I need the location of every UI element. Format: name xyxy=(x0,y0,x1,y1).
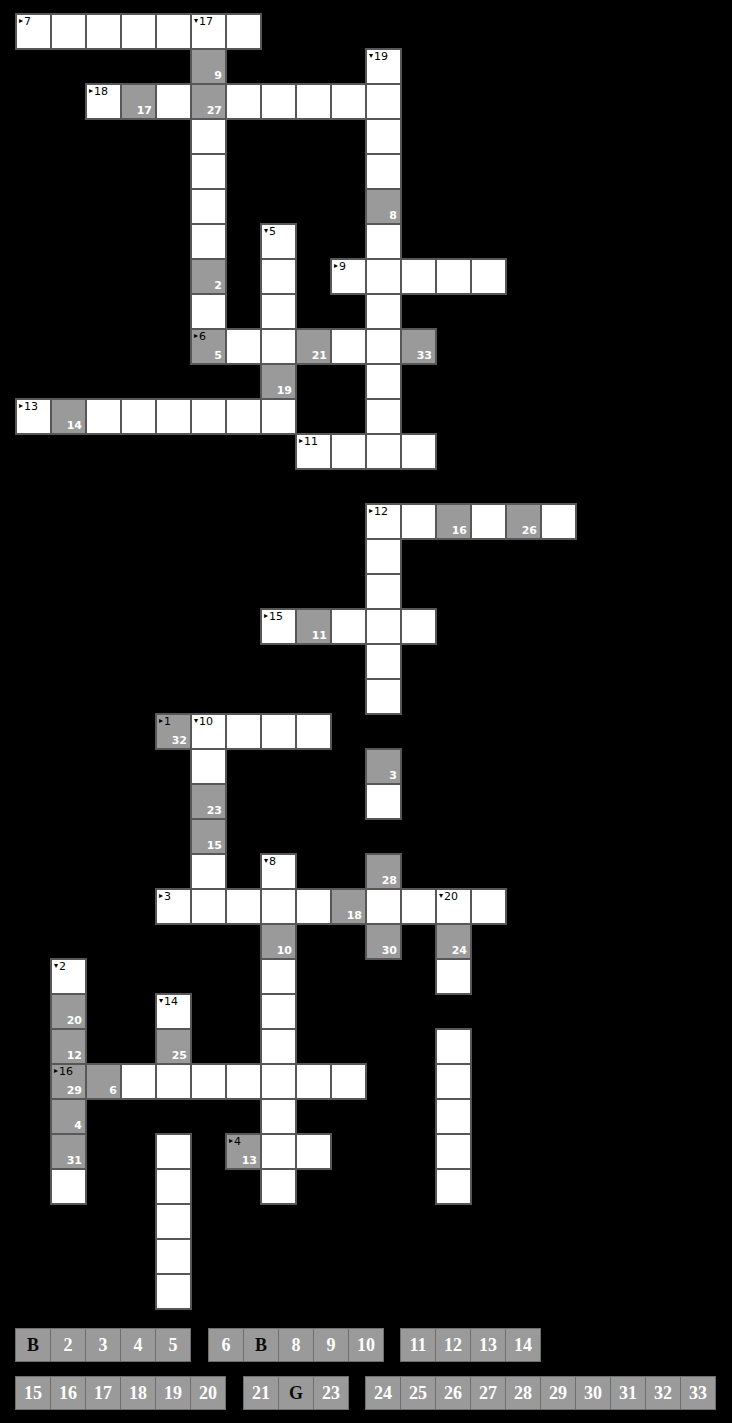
grid-cell[interactable] xyxy=(295,1063,332,1100)
bank-number-tile[interactable]: 25 xyxy=(400,1376,436,1410)
clue-number: 17 xyxy=(199,16,213,28)
grid-cell[interactable] xyxy=(260,1063,297,1100)
bank-number-tile[interactable]: 23 xyxy=(313,1376,349,1410)
grid-cell[interactable]: 11 xyxy=(295,608,332,645)
grid-cell[interactable] xyxy=(155,1273,192,1310)
clue-label: ▾14 xyxy=(159,996,178,1008)
grid-cell[interactable] xyxy=(190,118,227,155)
grid-cell[interactable] xyxy=(330,608,367,645)
code-number: 31 xyxy=(67,1154,82,1167)
grid-cell[interactable] xyxy=(295,713,332,750)
bank-letter-tile[interactable]: B xyxy=(15,1328,51,1362)
clue-label: ▾20 xyxy=(439,891,458,903)
bank-number-tile[interactable]: 14 xyxy=(505,1328,541,1362)
bank-number-tile[interactable]: 24 xyxy=(365,1376,401,1410)
grid-cell[interactable]: 3 xyxy=(365,748,402,785)
clue-number: 7 xyxy=(24,16,31,28)
across-arrow-icon: ▸ xyxy=(89,86,93,96)
grid-cell[interactable] xyxy=(260,1133,297,1170)
across-arrow-icon: ▸ xyxy=(334,261,338,271)
grid-cell[interactable] xyxy=(400,503,437,540)
across-arrow-icon: ▸ xyxy=(264,611,268,621)
grid-cell[interactable] xyxy=(260,293,297,330)
across-arrow-icon: ▸ xyxy=(54,1066,58,1076)
code-number: 29 xyxy=(67,1084,82,1097)
grid-cell[interactable]: ▸7 xyxy=(15,13,52,50)
grid-cell[interactable] xyxy=(365,118,402,155)
code-number: 6 xyxy=(109,1084,117,1097)
code-number: 19 xyxy=(277,384,292,397)
clue-label: ▸18 xyxy=(89,86,108,98)
grid-cell[interactable] xyxy=(225,398,262,435)
grid-cell[interactable] xyxy=(50,1168,87,1205)
grid-cell[interactable] xyxy=(120,13,157,50)
grid-cell[interactable] xyxy=(225,713,262,750)
code-number: 4 xyxy=(74,1119,82,1132)
grid-cell[interactable] xyxy=(225,888,262,925)
grid-cell[interactable] xyxy=(295,1133,332,1170)
grid-cell[interactable] xyxy=(190,853,227,890)
clue-number: 9 xyxy=(339,261,346,273)
bank-number-tile[interactable]: 10 xyxy=(348,1328,384,1362)
grid-cell[interactable] xyxy=(400,608,437,645)
grid-cell[interactable] xyxy=(365,678,402,715)
grid-cell[interactable]: 24 xyxy=(435,923,472,960)
clue-number: 12 xyxy=(374,506,388,518)
grid-cell[interactable] xyxy=(400,888,437,925)
grid-cell[interactable] xyxy=(190,748,227,785)
clue-number: 4 xyxy=(234,1136,241,1148)
grid-cell[interactable] xyxy=(155,1238,192,1275)
code-number: 17 xyxy=(137,104,152,117)
grid-cell[interactable] xyxy=(260,958,297,995)
grid-cell[interactable]: ▸3 xyxy=(155,888,192,925)
grid-cell[interactable] xyxy=(365,258,402,295)
grid-cell[interactable]: 15 xyxy=(190,818,227,855)
bank-number-tile[interactable]: 19 xyxy=(155,1376,191,1410)
grid-cell[interactable]: ▾20 xyxy=(435,888,472,925)
grid-cell[interactable] xyxy=(365,608,402,645)
down-arrow-icon: ▾ xyxy=(54,961,58,971)
grid-cell[interactable] xyxy=(470,888,507,925)
grid-cell[interactable] xyxy=(400,433,437,470)
bank-number-tile[interactable]: 8 xyxy=(278,1328,314,1362)
grid-cell[interactable]: 20 xyxy=(50,993,87,1030)
puzzle-screen: ▸7▾179▾19▸1817278▾52▸9▸65213319▸1314▸11▸… xyxy=(0,0,732,1423)
clue-number: 3 xyxy=(164,891,171,903)
grid-cell[interactable] xyxy=(365,538,402,575)
grid-cell[interactable] xyxy=(85,398,122,435)
grid-cell[interactable] xyxy=(120,398,157,435)
clue-number: 20 xyxy=(444,891,458,903)
grid-cell[interactable]: ▾19 xyxy=(365,48,402,85)
clue-label: ▾2 xyxy=(54,961,66,973)
bank-number-tile[interactable]: 29 xyxy=(540,1376,576,1410)
grid-cell[interactable] xyxy=(190,223,227,260)
grid-cell[interactable] xyxy=(330,328,367,365)
grid-cell[interactable] xyxy=(155,1063,192,1100)
grid-cell[interactable]: ▾10 xyxy=(190,713,227,750)
code-number: 25 xyxy=(172,1049,187,1062)
across-arrow-icon: ▸ xyxy=(229,1136,233,1146)
code-number: 8 xyxy=(389,209,397,222)
grid-cell[interactable] xyxy=(435,1133,472,1170)
grid-cell[interactable] xyxy=(435,258,472,295)
grid-cell[interactable] xyxy=(295,83,332,120)
grid-cell[interactable] xyxy=(365,223,402,260)
grid-cell[interactable] xyxy=(470,258,507,295)
grid-cell[interactable] xyxy=(365,783,402,820)
grid-cell[interactable] xyxy=(155,83,192,120)
clue-number: 2 xyxy=(59,961,66,973)
code-number: 15 xyxy=(207,839,222,852)
across-arrow-icon: ▸ xyxy=(19,401,23,411)
grid-cell[interactable]: ▾17 xyxy=(190,13,227,50)
grid-cell[interactable] xyxy=(365,433,402,470)
down-arrow-icon: ▾ xyxy=(369,51,373,61)
code-number: 5 xyxy=(214,349,222,362)
clue-number: 15 xyxy=(269,611,283,623)
clue-number: 6 xyxy=(199,331,206,343)
clue-label: ▾5 xyxy=(264,226,276,238)
bank-number-tile[interactable]: 18 xyxy=(120,1376,156,1410)
grid-cell[interactable]: ▾8 xyxy=(260,853,297,890)
grid-cell[interactable] xyxy=(365,643,402,680)
code-number: 11 xyxy=(312,629,327,642)
grid-cell[interactable] xyxy=(50,13,87,50)
grid-cell[interactable]: 14 xyxy=(50,398,87,435)
grid-cell[interactable]: 26 xyxy=(505,503,542,540)
grid-cell[interactable] xyxy=(190,188,227,225)
grid-cell[interactable]: ▸65 xyxy=(190,328,227,365)
grid-cell[interactable] xyxy=(225,1063,262,1100)
grid-cell[interactable] xyxy=(435,1098,472,1135)
grid-cell[interactable]: 30 xyxy=(365,923,402,960)
grid-cell[interactable] xyxy=(295,888,332,925)
bank-number-tile[interactable]: 21 xyxy=(243,1376,279,1410)
grid-cell[interactable] xyxy=(155,13,192,50)
grid-cell[interactable]: ▸15 xyxy=(260,608,297,645)
clue-number: 13 xyxy=(24,401,38,413)
code-number: 28 xyxy=(382,874,397,887)
bank-number-tile[interactable]: 20 xyxy=(190,1376,226,1410)
bank-number-tile[interactable]: 9 xyxy=(313,1328,349,1362)
grid-cell[interactable] xyxy=(260,1098,297,1135)
grid-cell[interactable]: ▾2 xyxy=(50,958,87,995)
grid-cell[interactable] xyxy=(190,398,227,435)
clue-label: ▸16 xyxy=(54,1066,73,1078)
clue-label: ▾17 xyxy=(194,16,213,28)
grid-cell[interactable]: 9 xyxy=(190,48,227,85)
clue-label: ▸13 xyxy=(19,401,38,413)
grid-cell[interactable]: 28 xyxy=(365,853,402,890)
bank-number-tile[interactable]: 26 xyxy=(435,1376,471,1410)
clue-label: ▾8 xyxy=(264,856,276,868)
grid-cell[interactable]: ▸11 xyxy=(295,433,332,470)
grid-cell[interactable] xyxy=(260,1168,297,1205)
across-arrow-icon: ▸ xyxy=(369,506,373,516)
grid-cell[interactable] xyxy=(260,993,297,1030)
clue-label: ▸12 xyxy=(369,506,388,518)
bank-number-tile[interactable]: 11 xyxy=(400,1328,436,1362)
across-arrow-icon: ▸ xyxy=(159,891,163,901)
clue-number: 5 xyxy=(269,226,276,238)
bank-number-tile[interactable]: 3 xyxy=(85,1328,121,1362)
grid-cell[interactable] xyxy=(225,83,262,120)
grid-cell[interactable] xyxy=(330,83,367,120)
grid-cell[interactable] xyxy=(400,258,437,295)
code-number: 20 xyxy=(67,1014,82,1027)
clue-number: 19 xyxy=(374,51,388,63)
grid-cell[interactable]: ▸413 xyxy=(225,1133,262,1170)
bank-number-tile[interactable]: 15 xyxy=(15,1376,51,1410)
across-arrow-icon: ▸ xyxy=(159,716,163,726)
grid-cell[interactable]: ▸12 xyxy=(365,503,402,540)
bank-number-tile[interactable]: 31 xyxy=(610,1376,646,1410)
bank-number-tile[interactable]: 5 xyxy=(155,1328,191,1362)
bank-number-tile[interactable]: 4 xyxy=(120,1328,156,1362)
grid-cell[interactable] xyxy=(540,503,577,540)
grid-cell[interactable]: 17 xyxy=(120,83,157,120)
across-arrow-icon: ▸ xyxy=(19,16,23,26)
code-number: 12 xyxy=(67,1049,82,1062)
clue-label: ▸9 xyxy=(334,261,346,273)
bank-number-tile[interactable]: 17 xyxy=(85,1376,121,1410)
grid-cell[interactable] xyxy=(260,328,297,365)
grid-cell[interactable]: 25 xyxy=(155,1028,192,1065)
clue-number: 11 xyxy=(304,436,318,448)
code-number: 18 xyxy=(347,909,362,922)
code-number: 26 xyxy=(522,524,537,537)
grid-cell[interactable] xyxy=(85,13,122,50)
code-number: 32 xyxy=(172,734,187,747)
grid-cell[interactable]: 23 xyxy=(190,783,227,820)
grid-cell[interactable] xyxy=(155,1168,192,1205)
bank-letter-tile[interactable]: G xyxy=(278,1376,314,1410)
clue-number: 1 xyxy=(164,716,171,728)
grid-cell[interactable] xyxy=(365,398,402,435)
bank-number-tile[interactable]: 13 xyxy=(470,1328,506,1362)
grid-cell[interactable] xyxy=(365,83,402,120)
code-number: 33 xyxy=(417,349,432,362)
bank-number-tile[interactable]: 30 xyxy=(575,1376,611,1410)
bank-number-tile[interactable]: 32 xyxy=(645,1376,681,1410)
clue-number: 16 xyxy=(59,1066,73,1078)
grid-cell[interactable]: 12 xyxy=(50,1028,87,1065)
grid-cell[interactable] xyxy=(365,363,402,400)
grid-cell[interactable] xyxy=(225,328,262,365)
code-number: 23 xyxy=(207,804,222,817)
across-arrow-icon: ▸ xyxy=(194,331,198,341)
grid-cell[interactable] xyxy=(435,958,472,995)
grid-cell[interactable] xyxy=(260,83,297,120)
grid-cell[interactable] xyxy=(260,713,297,750)
grid-cell[interactable]: 8 xyxy=(365,188,402,225)
grid-cell[interactable] xyxy=(155,1203,192,1240)
grid-cell[interactable] xyxy=(120,1063,157,1100)
grid-cell[interactable]: 21 xyxy=(295,328,332,365)
grid-cell[interactable]: 10 xyxy=(260,923,297,960)
clue-number: 18 xyxy=(94,86,108,98)
clue-number: 14 xyxy=(164,996,178,1008)
grid-cell[interactable] xyxy=(365,153,402,190)
grid-cell[interactable]: 4 xyxy=(50,1098,87,1135)
code-number: 13 xyxy=(242,1154,257,1167)
clue-number: 10 xyxy=(199,716,213,728)
grid-cell[interactable] xyxy=(435,1168,472,1205)
clue-label: ▾10 xyxy=(194,716,213,728)
grid-cell[interactable] xyxy=(190,888,227,925)
grid-cell[interactable] xyxy=(190,1063,227,1100)
code-number: 2 xyxy=(214,279,222,292)
grid-cell[interactable]: 31 xyxy=(50,1133,87,1170)
down-arrow-icon: ▾ xyxy=(194,16,198,26)
grid-cell[interactable] xyxy=(260,258,297,295)
clue-label: ▾19 xyxy=(369,51,388,63)
bank-number-tile[interactable]: 2 xyxy=(50,1328,86,1362)
grid-cell[interactable]: ▾14 xyxy=(155,993,192,1030)
down-arrow-icon: ▾ xyxy=(264,226,268,236)
grid-cell[interactable] xyxy=(260,888,297,925)
grid-cell[interactable] xyxy=(260,1028,297,1065)
grid-cell[interactable] xyxy=(365,293,402,330)
bank-number-tile[interactable]: 27 xyxy=(470,1376,506,1410)
grid-cell[interactable] xyxy=(190,293,227,330)
grid-cell[interactable]: ▸132 xyxy=(155,713,192,750)
grid-cell[interactable] xyxy=(470,503,507,540)
grid-cell[interactable] xyxy=(435,1028,472,1065)
grid-cell[interactable] xyxy=(435,1063,472,1100)
down-arrow-icon: ▾ xyxy=(194,716,198,726)
clue-label: ▸7 xyxy=(19,16,31,28)
grid-cell[interactable]: 18 xyxy=(330,888,367,925)
code-number: 9 xyxy=(214,69,222,82)
clue-label: ▸1 xyxy=(159,716,171,728)
clue-label: ▸6 xyxy=(194,331,206,343)
grid-cell[interactable]: 19 xyxy=(260,363,297,400)
code-number: 24 xyxy=(452,944,467,957)
code-number: 27 xyxy=(207,104,222,117)
grid-cell[interactable] xyxy=(330,433,367,470)
grid-cell[interactable]: 6 xyxy=(85,1063,122,1100)
code-number: 16 xyxy=(452,524,467,537)
grid-cell[interactable] xyxy=(155,1133,192,1170)
code-number: 30 xyxy=(382,944,397,957)
grid-cell[interactable] xyxy=(365,328,402,365)
down-arrow-icon: ▾ xyxy=(264,856,268,866)
code-number: 3 xyxy=(389,769,397,782)
grid-cell[interactable]: 2 xyxy=(190,258,227,295)
grid-cell[interactable]: ▸18 xyxy=(85,83,122,120)
grid-cell[interactable]: 27 xyxy=(190,83,227,120)
bank-number-tile[interactable]: 28 xyxy=(505,1376,541,1410)
grid-cell[interactable] xyxy=(365,888,402,925)
code-number: 14 xyxy=(67,419,82,432)
bank-number-tile[interactable]: 33 xyxy=(680,1376,716,1410)
grid-cell[interactable] xyxy=(225,13,262,50)
down-arrow-icon: ▾ xyxy=(439,891,443,901)
down-arrow-icon: ▾ xyxy=(159,996,163,1006)
clue-number: 8 xyxy=(269,856,276,868)
bank-number-tile[interactable]: 6 xyxy=(208,1328,244,1362)
grid-cell[interactable] xyxy=(190,153,227,190)
code-number: 10 xyxy=(277,944,292,957)
code-number: 21 xyxy=(312,349,327,362)
grid-cell[interactable]: 16 xyxy=(435,503,472,540)
grid-cell[interactable] xyxy=(260,398,297,435)
grid-cell[interactable]: ▸1629 xyxy=(50,1063,87,1100)
clue-label: ▸4 xyxy=(229,1136,241,1148)
clue-label: ▸3 xyxy=(159,891,171,903)
grid-cell[interactable] xyxy=(365,573,402,610)
bank-number-tile[interactable]: 12 xyxy=(435,1328,471,1362)
grid-cell[interactable] xyxy=(155,398,192,435)
clue-label: ▸11 xyxy=(299,436,318,448)
grid-cell[interactable]: ▸13 xyxy=(15,398,52,435)
clue-label: ▸15 xyxy=(264,611,283,623)
grid-cell[interactable] xyxy=(330,1063,367,1100)
grid-cell[interactable]: 33 xyxy=(400,328,437,365)
bank-letter-tile[interactable]: B xyxy=(243,1328,279,1362)
grid-cell[interactable]: ▸9 xyxy=(330,258,367,295)
across-arrow-icon: ▸ xyxy=(299,436,303,446)
grid-cell[interactable]: ▾5 xyxy=(260,223,297,260)
bank-number-tile[interactable]: 16 xyxy=(50,1376,86,1410)
